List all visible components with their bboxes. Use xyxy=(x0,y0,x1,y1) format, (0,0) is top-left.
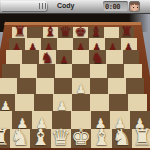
square-f5[interactable] xyxy=(90,64,107,79)
black-queen[interactable]: ♛ xyxy=(59,25,71,39)
square-d4[interactable] xyxy=(54,78,72,94)
white-pawn[interactable]: ♟ xyxy=(36,117,48,131)
white-pawn[interactable]: ♟ xyxy=(134,117,146,131)
black-knight[interactable]: ♞ xyxy=(41,50,54,65)
square-h4[interactable] xyxy=(126,78,144,94)
black-king[interactable]: ♚ xyxy=(74,25,86,39)
square-d7[interactable] xyxy=(57,38,73,50)
square-g1[interactable]: ♞ xyxy=(112,129,132,148)
info-segment-button[interactable] xyxy=(1,1,47,11)
square-e6[interactable] xyxy=(72,50,89,64)
square-g8[interactable] xyxy=(104,27,119,38)
square-h5[interactable] xyxy=(124,64,141,79)
chess-board[interactable]: ♜♝♛♚♝♜♟♟♟♟♟♟♟♞♟♞♟♟♟♟♟♟♟♟♜♞♝♛♚♝♞♜ xyxy=(0,0,150,150)
square-e2[interactable] xyxy=(71,111,91,129)
square-a3[interactable]: ♟ xyxy=(0,94,15,111)
square-e7[interactable]: ♟ xyxy=(73,38,89,50)
square-f3[interactable] xyxy=(90,94,109,111)
square-d8[interactable]: ♛ xyxy=(58,27,73,38)
square-g5[interactable] xyxy=(107,64,124,79)
black-bishop[interactable]: ♝ xyxy=(90,25,102,39)
square-a8[interactable]: ♜ xyxy=(12,27,27,38)
square-b6[interactable] xyxy=(22,50,39,64)
square-b7[interactable]: ♟ xyxy=(25,38,41,50)
square-e3[interactable] xyxy=(72,94,91,111)
square-g7[interactable]: ♟ xyxy=(105,38,121,50)
square-b4[interactable] xyxy=(17,78,35,94)
board-rank-6: ♞♟♞ xyxy=(6,50,140,64)
square-h1[interactable]: ♜ xyxy=(132,129,150,148)
square-b8[interactable] xyxy=(27,27,42,38)
opponent-name-label: Cody xyxy=(57,2,75,9)
square-a5[interactable] xyxy=(2,64,19,79)
board-rank-5 xyxy=(2,64,141,79)
square-g4[interactable] xyxy=(108,78,126,94)
square-a4[interactable] xyxy=(0,78,17,94)
white-rook[interactable]: ♜ xyxy=(0,127,10,150)
top-bar: Cody 0:00 xyxy=(0,0,150,14)
square-a6[interactable] xyxy=(6,50,23,64)
board-rank-2: ♟♟♟♟♟ xyxy=(0,111,150,129)
white-pawn[interactable]: ♟ xyxy=(16,117,28,131)
square-d1[interactable]: ♛ xyxy=(51,129,71,148)
square-c3[interactable] xyxy=(34,94,53,111)
square-e8[interactable]: ♚ xyxy=(73,27,88,38)
square-h7[interactable]: ♟ xyxy=(121,38,137,50)
square-e1[interactable]: ♚ xyxy=(71,129,91,148)
white-king[interactable]: ♚ xyxy=(71,127,91,150)
square-d5[interactable] xyxy=(55,64,72,79)
white-knight[interactable]: ♞ xyxy=(10,127,30,150)
board-rank-8: ♜♝♛♚♝♜ xyxy=(12,27,134,38)
square-d6[interactable]: ♟ xyxy=(56,50,73,64)
square-a7[interactable]: ♟ xyxy=(9,38,25,50)
square-c8[interactable]: ♝ xyxy=(43,27,58,38)
square-f4[interactable] xyxy=(90,78,108,94)
square-h2[interactable]: ♟ xyxy=(130,111,150,129)
white-pawn[interactable]: ♟ xyxy=(114,117,126,131)
opponent-avatar-button[interactable] xyxy=(129,1,140,12)
square-b3[interactable] xyxy=(15,94,34,111)
square-c4[interactable] xyxy=(36,78,54,94)
white-bishop[interactable]: ♝ xyxy=(91,127,111,150)
square-f7[interactable]: ♟ xyxy=(89,38,105,50)
segment-ridge xyxy=(45,3,46,9)
black-bishop[interactable]: ♝ xyxy=(44,25,56,39)
square-b2[interactable]: ♟ xyxy=(12,111,32,129)
board-rank-1: ♜♞♝♛♚♝♞♜ xyxy=(0,129,150,148)
square-c2[interactable]: ♟ xyxy=(32,111,52,129)
square-h3[interactable] xyxy=(128,94,147,111)
white-bishop[interactable]: ♝ xyxy=(30,127,50,150)
black-rook[interactable]: ♜ xyxy=(13,25,25,39)
square-c6[interactable]: ♞ xyxy=(39,50,56,64)
board-rank-4: ♟ xyxy=(0,78,144,94)
square-b1[interactable]: ♞ xyxy=(10,129,30,148)
square-e4[interactable]: ♟ xyxy=(72,78,90,94)
square-h8[interactable]: ♜ xyxy=(119,27,134,38)
segment-ridge xyxy=(39,3,40,9)
chess-app-window: ♜♝♛♚♝♜♟♟♟♟♟♟♟♞♟♞♟♟♟♟♟♟♟♟♜♞♝♛♚♝♞♜ Cody 0:… xyxy=(0,0,150,150)
square-g6[interactable] xyxy=(106,50,123,64)
white-rook[interactable]: ♜ xyxy=(132,127,150,150)
square-g3[interactable] xyxy=(109,94,128,111)
square-d3[interactable]: ♟ xyxy=(53,94,72,111)
square-b5[interactable] xyxy=(20,64,37,79)
square-c1[interactable]: ♝ xyxy=(30,129,50,148)
avatar-eye xyxy=(137,7,138,8)
segment-ridge xyxy=(42,3,43,9)
square-a2[interactable] xyxy=(0,111,12,129)
square-a1[interactable]: ♜ xyxy=(0,129,10,148)
square-e5[interactable] xyxy=(72,64,89,79)
square-f6[interactable]: ♞ xyxy=(89,50,106,64)
white-knight[interactable]: ♞ xyxy=(112,127,132,150)
square-f1[interactable]: ♝ xyxy=(91,129,111,148)
white-pawn[interactable]: ♟ xyxy=(95,117,107,131)
square-c7[interactable]: ♟ xyxy=(41,38,57,50)
square-h6[interactable] xyxy=(123,50,140,64)
clock-time: 0:00 xyxy=(105,3,120,11)
square-c5[interactable] xyxy=(37,64,54,79)
black-rook[interactable]: ♜ xyxy=(120,25,132,39)
square-f8[interactable]: ♝ xyxy=(88,27,103,38)
white-queen[interactable]: ♛ xyxy=(51,127,71,150)
square-f2[interactable]: ♟ xyxy=(91,111,111,129)
board-rank-3: ♟♟ xyxy=(0,94,147,111)
square-d2[interactable] xyxy=(52,111,72,129)
board-rank-7: ♟♟♟♟♟♟♟ xyxy=(9,38,137,50)
black-knight[interactable]: ♞ xyxy=(91,50,104,65)
square-g2[interactable]: ♟ xyxy=(110,111,130,129)
avatar-eye xyxy=(133,7,134,8)
clock-display: 0:00 xyxy=(103,1,128,11)
